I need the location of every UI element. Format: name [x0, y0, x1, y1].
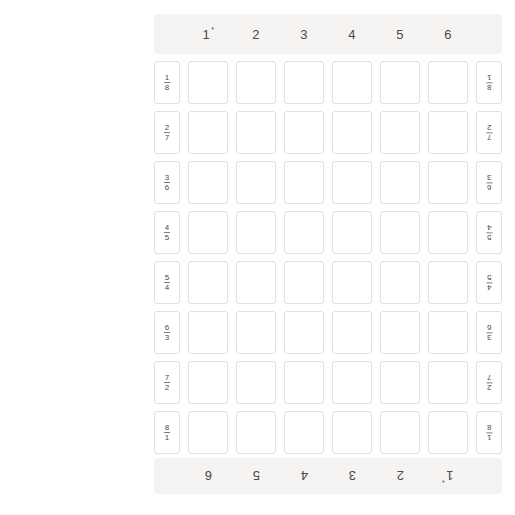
row-label-right-8: 18: [476, 411, 502, 454]
header-column-label-4: 4: [332, 27, 372, 42]
row-fraction: 72: [164, 373, 170, 392]
grid-cell-r7-c5: [380, 361, 420, 404]
grid-cell-r6-c3: [284, 311, 324, 354]
grid-cell-r2-c6: [428, 111, 468, 154]
grid-cell-r8-c6: [428, 411, 468, 454]
grid-cell-r5-c2: [236, 261, 276, 304]
fraction-numerator: 4: [486, 282, 492, 292]
row-fraction: 36: [486, 323, 492, 342]
footer-column-label-3: 3: [332, 469, 372, 484]
row-label-left-1: 18: [154, 61, 180, 104]
footer-column-label-2: 2: [380, 469, 420, 484]
fraction-denominator: 4: [164, 283, 170, 292]
fraction-denominator: 8: [164, 83, 170, 92]
orientation-mark: *: [442, 477, 445, 484]
header-column-label-3: 3: [284, 27, 324, 42]
fraction-numerator: 7: [164, 373, 170, 383]
grid-cell-r8-c5: [380, 411, 420, 454]
orientation-mark: *: [211, 26, 214, 33]
grid-cell-r5-c6: [428, 261, 468, 304]
row-label-right-6: 36: [476, 311, 502, 354]
row-fraction: 81: [486, 73, 492, 92]
fraction-denominator: 5: [486, 273, 492, 282]
footer-column-label-5: 5: [236, 469, 276, 484]
grid-cell-r1-c4: [332, 61, 372, 104]
row-label-right-3: 63: [476, 161, 502, 204]
row-label-right-1: 81: [476, 61, 502, 104]
header-column-label-2: 2: [236, 27, 276, 42]
row-label-left-2: 27: [154, 111, 180, 154]
fraction-denominator: 6: [164, 183, 170, 192]
fraction-denominator: 3: [486, 173, 492, 182]
grid-cell-r5-c4: [332, 261, 372, 304]
grid-cell-r1-c3: [284, 61, 324, 104]
fraction-numerator: 6: [486, 182, 492, 192]
grid-cell-r5-c1: [188, 261, 228, 304]
fraction-denominator: 2: [164, 383, 170, 392]
grid-cell-r1-c1: [188, 61, 228, 104]
fraction-denominator: 7: [164, 133, 170, 142]
grid-cell-r1-c2: [236, 61, 276, 104]
row-fraction: 36: [164, 173, 170, 192]
row-label-right-2: 72: [476, 111, 502, 154]
footer-column-label-1: 1*: [428, 469, 468, 484]
fraction-denominator: 8: [486, 423, 492, 432]
row-fraction: 81: [164, 423, 170, 442]
grid-cell-r8-c3: [284, 411, 324, 454]
label-grid: 18812772366345545445633672278118: [154, 61, 502, 454]
grid-cell-r3-c5: [380, 161, 420, 204]
fraction-numerator: 2: [164, 123, 170, 133]
grid-cell-r1-c5: [380, 61, 420, 104]
grid-cell-r4-c4: [332, 211, 372, 254]
fraction-numerator: 8: [164, 423, 170, 433]
row-fraction: 54: [164, 273, 170, 292]
grid-cell-r5-c3: [284, 261, 324, 304]
fraction-numerator: 6: [164, 323, 170, 333]
grid-cell-r7-c3: [284, 361, 324, 404]
grid-cell-r6-c1: [188, 311, 228, 354]
header-column-label-6: 6: [428, 27, 468, 42]
grid-cell-r2-c1: [188, 111, 228, 154]
row-fraction: 18: [486, 423, 492, 442]
grid-cell-r6-c6: [428, 311, 468, 354]
footer-column-label-4: 4: [284, 469, 324, 484]
grid-cell-r7-c4: [332, 361, 372, 404]
grid-cell-r3-c1: [188, 161, 228, 204]
grid-cell-r4-c3: [284, 211, 324, 254]
grid-cell-r7-c6: [428, 361, 468, 404]
grid-cell-r3-c4: [332, 161, 372, 204]
column-footer-band-rotated: 1*23456: [154, 458, 502, 494]
grid-cell-r4-c6: [428, 211, 468, 254]
row-label-left-4: 45: [154, 211, 180, 254]
row-fraction: 63: [486, 173, 492, 192]
grid-cell-r3-c6: [428, 161, 468, 204]
label-sheet: 1*23456 18812772366345545445633672278118…: [152, 13, 504, 496]
fraction-denominator: 6: [486, 323, 492, 332]
grid-cell-r8-c1: [188, 411, 228, 454]
footer-column-label-6: 6: [188, 469, 228, 484]
grid-cell-r4-c2: [236, 211, 276, 254]
grid-cell-r2-c2: [236, 111, 276, 154]
grid-cell-r2-c5: [380, 111, 420, 154]
fraction-numerator: 1: [486, 432, 492, 442]
row-fraction: 45: [486, 273, 492, 292]
fraction-denominator: 3: [164, 333, 170, 342]
row-fraction: 18: [164, 73, 170, 92]
row-label-left-8: 81: [154, 411, 180, 454]
fraction-numerator: 5: [486, 232, 492, 242]
grid-cell-r4-c5: [380, 211, 420, 254]
row-fraction: 54: [486, 223, 492, 242]
grid-cell-r6-c2: [236, 311, 276, 354]
grid-cell-r1-c6: [428, 61, 468, 104]
fraction-denominator: 4: [486, 223, 492, 232]
row-label-right-5: 45: [476, 261, 502, 304]
grid-cell-r3-c3: [284, 161, 324, 204]
row-fraction: 72: [486, 123, 492, 142]
grid-cell-r4-c1: [188, 211, 228, 254]
fraction-numerator: 3: [486, 332, 492, 342]
grid-cell-r6-c4: [332, 311, 372, 354]
column-header-band: 1*23456: [154, 14, 502, 54]
grid-cell-r5-c5: [380, 261, 420, 304]
row-label-left-5: 54: [154, 261, 180, 304]
fraction-numerator: 4: [164, 223, 170, 233]
grid-cell-r7-c2: [236, 361, 276, 404]
fraction-numerator: 2: [486, 382, 492, 392]
fraction-denominator: 7: [486, 373, 492, 382]
row-label-right-7: 27: [476, 361, 502, 404]
fraction-denominator: 2: [486, 123, 492, 132]
grid-cell-r7-c1: [188, 361, 228, 404]
row-fraction: 27: [486, 373, 492, 392]
fraction-numerator: 3: [164, 173, 170, 183]
grid-cell-r6-c5: [380, 311, 420, 354]
row-fraction: 27: [164, 123, 170, 142]
header-column-label-5: 5: [380, 27, 420, 42]
row-label-right-4: 54: [476, 211, 502, 254]
fraction-denominator: 1: [164, 433, 170, 442]
row-label-left-7: 72: [154, 361, 180, 404]
row-label-left-6: 63: [154, 311, 180, 354]
page: 1*23456 18812772366345545445633672278118…: [0, 0, 515, 515]
fraction-numerator: 8: [486, 82, 492, 92]
row-fraction: 63: [164, 323, 170, 342]
grid-cell-r8-c4: [332, 411, 372, 454]
fraction-numerator: 5: [164, 273, 170, 283]
row-fraction: 45: [164, 223, 170, 242]
row-label-left-3: 36: [154, 161, 180, 204]
grid-cell-r8-c2: [236, 411, 276, 454]
header-column-label-1: 1*: [188, 27, 228, 42]
grid-cell-r2-c4: [332, 111, 372, 154]
grid-cell-r3-c2: [236, 161, 276, 204]
grid-cell-r2-c3: [284, 111, 324, 154]
fraction-denominator: 1: [486, 73, 492, 82]
fraction-denominator: 5: [164, 233, 170, 242]
fraction-numerator: 1: [164, 73, 170, 83]
fraction-numerator: 7: [486, 132, 492, 142]
